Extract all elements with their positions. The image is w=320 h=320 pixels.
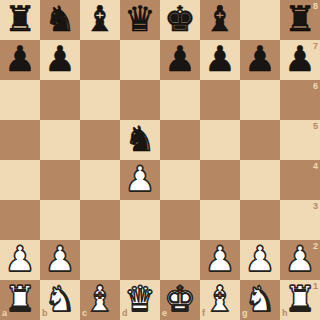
square-g5[interactable] — [240, 120, 280, 160]
square-h7[interactable]: ♟7 — [280, 40, 320, 80]
square-d8[interactable]: ♛ — [120, 0, 160, 40]
square-d3[interactable] — [120, 200, 160, 240]
black-pawn-piece[interactable]: ♟ — [44, 39, 75, 79]
white-pawn-piece[interactable]: ♟ — [284, 239, 315, 279]
square-g1[interactable]: ♞g — [240, 280, 280, 320]
square-e6[interactable] — [160, 80, 200, 120]
white-knight-piece[interactable]: ♞ — [244, 279, 275, 319]
file-label-f: f — [202, 309, 205, 318]
square-c8[interactable]: ♝ — [80, 0, 120, 40]
white-pawn-piece[interactable]: ♟ — [124, 159, 155, 199]
square-f7[interactable]: ♟ — [200, 40, 240, 80]
square-a3[interactable] — [0, 200, 40, 240]
white-rook-piece[interactable]: ♜ — [4, 279, 35, 319]
square-e7[interactable]: ♟ — [160, 40, 200, 80]
square-e3[interactable] — [160, 200, 200, 240]
square-a7[interactable]: ♟ — [0, 40, 40, 80]
black-pawn-piece[interactable]: ♟ — [4, 39, 35, 79]
black-knight-piece[interactable]: ♞ — [44, 0, 75, 39]
black-pawn-piece[interactable]: ♟ — [164, 39, 195, 79]
rank-label-6: 6 — [313, 82, 318, 91]
rank-label-1: 1 — [313, 282, 318, 291]
square-f3[interactable] — [200, 200, 240, 240]
square-a5[interactable] — [0, 120, 40, 160]
square-f5[interactable] — [200, 120, 240, 160]
white-bishop-piece[interactable]: ♝ — [204, 279, 235, 319]
square-c7[interactable] — [80, 40, 120, 80]
square-d6[interactable] — [120, 80, 160, 120]
white-pawn-piece[interactable]: ♟ — [4, 239, 35, 279]
square-h5[interactable]: 5 — [280, 120, 320, 160]
square-h2[interactable]: ♟2 — [280, 240, 320, 280]
black-bishop-piece[interactable]: ♝ — [84, 0, 115, 39]
white-king-piece[interactable]: ♚ — [164, 279, 195, 319]
square-f8[interactable]: ♝ — [200, 0, 240, 40]
square-d7[interactable] — [120, 40, 160, 80]
white-bishop-piece[interactable]: ♝ — [84, 279, 115, 319]
white-knight-piece[interactable]: ♞ — [44, 279, 75, 319]
square-d4[interactable]: ♟ — [120, 160, 160, 200]
square-c5[interactable] — [80, 120, 120, 160]
white-pawn-piece[interactable]: ♟ — [244, 239, 275, 279]
black-rook-piece[interactable]: ♜ — [284, 0, 315, 39]
square-c2[interactable] — [80, 240, 120, 280]
chess-board-container: ♜♞♝♛♚♝♜8♟♟♟♟♟♟76♞5♟43♟♟♟♟♟2♜a♞b♝c♛d♚e♝f♞… — [0, 0, 320, 320]
square-b2[interactable]: ♟ — [40, 240, 80, 280]
square-f4[interactable] — [200, 160, 240, 200]
square-f6[interactable] — [200, 80, 240, 120]
square-g3[interactable] — [240, 200, 280, 240]
square-g2[interactable]: ♟ — [240, 240, 280, 280]
black-queen-piece[interactable]: ♛ — [124, 0, 155, 39]
white-queen-piece[interactable]: ♛ — [124, 279, 155, 319]
black-pawn-piece[interactable]: ♟ — [204, 39, 235, 79]
square-a4[interactable] — [0, 160, 40, 200]
square-h1[interactable]: ♜1h — [280, 280, 320, 320]
square-d2[interactable] — [120, 240, 160, 280]
square-e5[interactable] — [160, 120, 200, 160]
square-h6[interactable]: 6 — [280, 80, 320, 120]
square-e1[interactable]: ♚e — [160, 280, 200, 320]
rank-label-8: 8 — [313, 2, 318, 11]
file-label-a: a — [2, 309, 7, 318]
square-e4[interactable] — [160, 160, 200, 200]
white-pawn-piece[interactable]: ♟ — [44, 239, 75, 279]
rank-label-2: 2 — [313, 242, 318, 251]
square-h8[interactable]: ♜8 — [280, 0, 320, 40]
square-a6[interactable] — [0, 80, 40, 120]
square-d5[interactable]: ♞ — [120, 120, 160, 160]
square-b1[interactable]: ♞b — [40, 280, 80, 320]
rank-label-5: 5 — [313, 122, 318, 131]
rank-label-4: 4 — [313, 162, 318, 171]
file-label-d: d — [122, 309, 128, 318]
square-d1[interactable]: ♛d — [120, 280, 160, 320]
rank-label-7: 7 — [313, 42, 318, 51]
square-c4[interactable] — [80, 160, 120, 200]
square-b7[interactable]: ♟ — [40, 40, 80, 80]
black-king-piece[interactable]: ♚ — [164, 0, 195, 39]
black-pawn-piece[interactable]: ♟ — [244, 39, 275, 79]
black-bishop-piece[interactable]: ♝ — [204, 0, 235, 39]
black-knight-piece[interactable]: ♞ — [124, 119, 155, 159]
black-rook-piece[interactable]: ♜ — [4, 0, 35, 39]
black-pawn-piece[interactable]: ♟ — [284, 39, 315, 79]
square-b6[interactable] — [40, 80, 80, 120]
square-c1[interactable]: ♝c — [80, 280, 120, 320]
square-g7[interactable]: ♟ — [240, 40, 280, 80]
white-rook-piece[interactable]: ♜ — [284, 279, 315, 319]
white-pawn-piece[interactable]: ♟ — [204, 239, 235, 279]
square-b4[interactable] — [40, 160, 80, 200]
file-label-e: e — [162, 309, 167, 318]
square-h3[interactable]: 3 — [280, 200, 320, 240]
square-g8[interactable] — [240, 0, 280, 40]
square-b8[interactable]: ♞ — [40, 0, 80, 40]
square-f1[interactable]: ♝f — [200, 280, 240, 320]
file-label-b: b — [42, 309, 48, 318]
square-c3[interactable] — [80, 200, 120, 240]
square-c6[interactable] — [80, 80, 120, 120]
square-g6[interactable] — [240, 80, 280, 120]
rank-label-3: 3 — [313, 202, 318, 211]
square-g4[interactable] — [240, 160, 280, 200]
file-label-h: h — [282, 309, 288, 318]
square-e8[interactable]: ♚ — [160, 0, 200, 40]
square-f2[interactable]: ♟ — [200, 240, 240, 280]
square-h4[interactable]: 4 — [280, 160, 320, 200]
square-b5[interactable] — [40, 120, 80, 160]
square-a8[interactable]: ♜ — [0, 0, 40, 40]
file-label-c: c — [82, 309, 87, 318]
file-label-g: g — [242, 309, 248, 318]
square-b3[interactable] — [40, 200, 80, 240]
square-e2[interactable] — [160, 240, 200, 280]
square-a2[interactable]: ♟ — [0, 240, 40, 280]
square-a1[interactable]: ♜a — [0, 280, 40, 320]
chess-board: ♜♞♝♛♚♝♜8♟♟♟♟♟♟76♞5♟43♟♟♟♟♟2♜a♞b♝c♛d♚e♝f♞… — [0, 0, 320, 320]
